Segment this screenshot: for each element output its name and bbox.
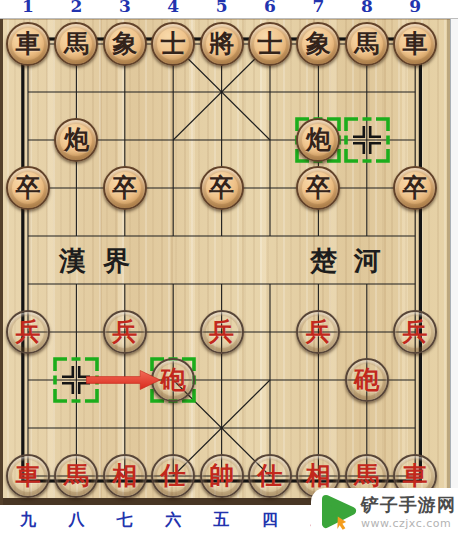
piece-glyph: 車	[403, 463, 428, 488]
piece-glyph: 將	[209, 31, 234, 56]
piece-red-兵[interactable]: 兵	[200, 310, 244, 354]
file-number-label-top: 7	[312, 0, 324, 16]
piece-glyph: 象	[306, 31, 331, 56]
piece-glyph: 炮	[306, 127, 331, 152]
piece-black-士[interactable]: 士	[151, 22, 195, 66]
piece-glyph: 馬	[64, 463, 89, 488]
piece-black-士[interactable]: 士	[248, 22, 292, 66]
file-number-label-top: 5	[216, 0, 228, 16]
piece-glyph: 卒	[15, 175, 40, 200]
piece-black-象[interactable]: 象	[103, 22, 147, 66]
piece-glyph: 象	[112, 31, 137, 56]
piece-glyph: 砲	[161, 367, 186, 392]
piece-black-車[interactable]: 車	[6, 22, 50, 66]
piece-glyph: 兵	[15, 319, 40, 344]
piece-glyph: 卒	[112, 175, 137, 200]
piece-black-卒[interactable]: 卒	[393, 166, 437, 210]
board-intersections: 車馬象士將士象馬車炮炮卒卒卒卒卒兵兵兵兵兵砲砲車馬相仕帥仕相馬車	[4, 20, 440, 500]
piece-black-車[interactable]: 車	[393, 22, 437, 66]
piece-black-炮[interactable]: 炮	[296, 118, 340, 162]
piece-glyph: 帥	[209, 463, 234, 488]
piece-red-帥[interactable]: 帥	[200, 454, 244, 498]
piece-glyph: 卒	[306, 175, 331, 200]
window-edge	[450, 0, 458, 534]
piece-red-仕[interactable]: 仕	[248, 454, 292, 498]
piece-red-車[interactable]: 車	[6, 454, 50, 498]
file-number-label-top: 3	[119, 0, 131, 16]
piece-glyph: 兵	[306, 319, 331, 344]
piece-glyph: 仕	[161, 463, 186, 488]
piece-red-馬[interactable]: 馬	[54, 454, 98, 498]
file-number-label-top: 6	[264, 0, 276, 16]
piece-red-兵[interactable]: 兵	[296, 310, 340, 354]
piece-glyph: 車	[15, 463, 40, 488]
piece-glyph: 砲	[354, 367, 379, 392]
piece-glyph: 兵	[209, 319, 234, 344]
piece-glyph: 相	[306, 463, 331, 488]
crosshair-cursor-icon	[59, 363, 93, 397]
piece-red-砲[interactable]: 砲	[345, 358, 389, 402]
piece-black-馬[interactable]: 馬	[345, 22, 389, 66]
piece-red-仕[interactable]: 仕	[151, 454, 195, 498]
file-number-label-top: 8	[361, 0, 373, 16]
piece-glyph: 車	[15, 31, 40, 56]
piece-glyph: 卒	[209, 175, 234, 200]
file-number-label-top: 4	[167, 0, 179, 16]
file-number-label-top: 1	[22, 0, 34, 16]
file-number-label-bottom: 五	[214, 510, 230, 531]
piece-black-炮[interactable]: 炮	[54, 118, 98, 162]
watermark-site-name: 铲子手游网	[361, 493, 456, 517]
piece-glyph: 相	[112, 463, 137, 488]
piece-glyph: 仕	[257, 463, 282, 488]
watermark-logo-icon	[319, 494, 359, 532]
piece-glyph: 士	[161, 31, 186, 56]
file-numbers-top: 123456789	[0, 0, 458, 19]
xiangqi-app-screenshot: 漢界 楚河 車馬象士將士象馬車炮炮卒卒卒卒卒兵兵兵兵兵砲砲車馬相仕帥仕相馬車 1…	[0, 0, 458, 534]
file-number-label-bottom: 九	[20, 510, 36, 531]
file-number-label-bottom: 八	[68, 510, 84, 531]
file-number-label-top: 2	[70, 0, 82, 16]
piece-black-卒[interactable]: 卒	[296, 166, 340, 210]
piece-black-卒[interactable]: 卒	[200, 166, 244, 210]
piece-red-砲[interactable]: 砲	[151, 358, 195, 402]
piece-glyph: 馬	[64, 31, 89, 56]
file-number-label-top: 9	[409, 0, 421, 16]
watermark: 铲子手游网 www.czjxc.com	[311, 488, 458, 534]
piece-glyph: 馬	[354, 31, 379, 56]
piece-glyph: 兵	[403, 319, 428, 344]
watermark-text: 铲子手游网 www.czjxc.com	[361, 493, 456, 530]
piece-glyph: 車	[403, 31, 428, 56]
piece-red-兵[interactable]: 兵	[393, 310, 437, 354]
piece-black-卒[interactable]: 卒	[6, 166, 50, 210]
file-number-label-bottom: 七	[117, 510, 133, 531]
file-number-label-bottom: 六	[165, 510, 181, 531]
crosshair-cursor-icon	[350, 123, 384, 157]
file-number-label-bottom: 四	[262, 510, 278, 531]
piece-red-兵[interactable]: 兵	[103, 310, 147, 354]
piece-black-卒[interactable]: 卒	[103, 166, 147, 210]
piece-glyph: 馬	[354, 463, 379, 488]
watermark-site-url: www.czjxc.com	[361, 517, 456, 530]
piece-red-相[interactable]: 相	[103, 454, 147, 498]
piece-glyph: 兵	[112, 319, 137, 344]
piece-black-將[interactable]: 將	[200, 22, 244, 66]
piece-black-象[interactable]: 象	[296, 22, 340, 66]
piece-glyph: 士	[257, 31, 282, 56]
piece-glyph: 炮	[64, 127, 89, 152]
piece-glyph: 卒	[403, 175, 428, 200]
piece-red-兵[interactable]: 兵	[6, 310, 50, 354]
piece-black-馬[interactable]: 馬	[54, 22, 98, 66]
